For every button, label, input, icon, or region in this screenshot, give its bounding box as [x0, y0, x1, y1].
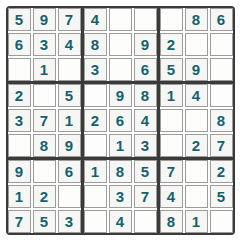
cell-r3c8[interactable]: 9 — [185, 58, 208, 81]
cell-r9c4[interactable] — [84, 210, 107, 233]
box-1-3: 86259 — [160, 8, 233, 81]
cell-r6c7[interactable] — [160, 134, 183, 157]
cell-r7c4[interactable]: 1 — [84, 160, 107, 183]
cell-r3c9[interactable] — [210, 58, 233, 81]
cell-r9c9[interactable] — [210, 210, 233, 233]
cell-r6c9[interactable]: 7 — [210, 134, 233, 157]
cell-r7c8[interactable] — [185, 160, 208, 183]
cell-r9c1[interactable]: 7 — [8, 210, 31, 233]
cell-r1c8[interactable]: 8 — [185, 8, 208, 31]
cell-r1c7[interactable] — [160, 8, 183, 31]
cell-r4c2[interactable] — [33, 84, 56, 107]
box-3-1: 9612753 — [8, 160, 81, 233]
box-2-1: 2537189 — [8, 84, 81, 157]
cell-r5c5[interactable]: 6 — [109, 109, 132, 132]
cell-r4c3[interactable]: 5 — [58, 84, 81, 107]
cell-r2c2[interactable]: 3 — [33, 33, 56, 56]
cell-r7c7[interactable]: 7 — [160, 160, 183, 183]
cell-r2c6[interactable]: 9 — [134, 33, 157, 56]
box-1-1: 5976341 — [8, 8, 81, 81]
cell-r4c6[interactable]: 8 — [134, 84, 157, 107]
box-2-2: 9826413 — [84, 84, 157, 157]
cell-r2c9[interactable] — [210, 33, 233, 56]
sudoku-page: 5976341489368625925371899826413148279612… — [0, 0, 240, 240]
cell-r4c1[interactable]: 2 — [8, 84, 31, 107]
cell-r3c7[interactable]: 5 — [160, 58, 183, 81]
cell-r2c3[interactable]: 4 — [58, 33, 81, 56]
cell-r7c1[interactable]: 9 — [8, 160, 31, 183]
cell-r4c9[interactable] — [210, 84, 233, 107]
cell-r8c5[interactable]: 3 — [109, 185, 132, 208]
cell-r9c6[interactable] — [134, 210, 157, 233]
cell-r1c2[interactable]: 9 — [33, 8, 56, 31]
cell-r7c3[interactable]: 6 — [58, 160, 81, 183]
cell-r2c5[interactable] — [109, 33, 132, 56]
cell-r6c8[interactable]: 2 — [185, 134, 208, 157]
cell-r2c8[interactable] — [185, 33, 208, 56]
cell-r5c6[interactable]: 4 — [134, 109, 157, 132]
sudoku-board: 5976341489368625925371899826413148279612… — [6, 6, 235, 235]
cell-r3c6[interactable]: 6 — [134, 58, 157, 81]
cell-r7c9[interactable]: 2 — [210, 160, 233, 183]
cell-r6c4[interactable] — [84, 134, 107, 157]
cell-r8c7[interactable]: 4 — [160, 185, 183, 208]
cell-r9c7[interactable]: 8 — [160, 210, 183, 233]
cell-r5c1[interactable]: 3 — [8, 109, 31, 132]
cell-r4c5[interactable]: 9 — [109, 84, 132, 107]
cell-r8c8[interactable] — [185, 185, 208, 208]
cell-r9c3[interactable]: 3 — [58, 210, 81, 233]
cell-r8c1[interactable]: 1 — [8, 185, 31, 208]
cell-r9c5[interactable]: 4 — [109, 210, 132, 233]
box-1-2: 48936 — [84, 8, 157, 81]
cell-r1c6[interactable] — [134, 8, 157, 31]
cell-r1c3[interactable]: 7 — [58, 8, 81, 31]
cell-r6c1[interactable] — [8, 134, 31, 157]
cell-r4c8[interactable]: 4 — [185, 84, 208, 107]
box-2-3: 14827 — [160, 84, 233, 157]
cell-r6c5[interactable]: 1 — [109, 134, 132, 157]
cell-r8c4[interactable] — [84, 185, 107, 208]
cell-r5c2[interactable]: 7 — [33, 109, 56, 132]
cell-r4c4[interactable] — [84, 84, 107, 107]
cell-r7c2[interactable] — [33, 160, 56, 183]
cell-r2c1[interactable]: 6 — [8, 33, 31, 56]
cell-r1c1[interactable]: 5 — [8, 8, 31, 31]
cell-r7c6[interactable]: 5 — [134, 160, 157, 183]
cell-r5c4[interactable]: 2 — [84, 109, 107, 132]
cell-r9c8[interactable]: 1 — [185, 210, 208, 233]
cell-r6c3[interactable]: 9 — [58, 134, 81, 157]
cell-r3c2[interactable]: 1 — [33, 58, 56, 81]
cell-r8c6[interactable]: 7 — [134, 185, 157, 208]
cell-r8c9[interactable]: 5 — [210, 185, 233, 208]
cell-r2c7[interactable]: 2 — [160, 33, 183, 56]
cell-r1c4[interactable]: 4 — [84, 8, 107, 31]
cell-r5c3[interactable]: 1 — [58, 109, 81, 132]
box-3-2: 185374 — [84, 160, 157, 233]
cell-r2c4[interactable]: 8 — [84, 33, 107, 56]
cell-r3c5[interactable] — [109, 58, 132, 81]
cell-r4c7[interactable]: 1 — [160, 84, 183, 107]
cell-r7c5[interactable]: 8 — [109, 160, 132, 183]
cell-r1c9[interactable]: 6 — [210, 8, 233, 31]
cell-r5c7[interactable] — [160, 109, 183, 132]
cell-r1c5[interactable] — [109, 8, 132, 31]
cell-r9c2[interactable]: 5 — [33, 210, 56, 233]
cell-r5c8[interactable] — [185, 109, 208, 132]
cell-r6c2[interactable]: 8 — [33, 134, 56, 157]
cell-r8c3[interactable] — [58, 185, 81, 208]
cell-r3c3[interactable] — [58, 58, 81, 81]
cell-r5c9[interactable]: 8 — [210, 109, 233, 132]
cell-r8c2[interactable]: 2 — [33, 185, 56, 208]
box-3-3: 724581 — [160, 160, 233, 233]
cell-r3c1[interactable] — [8, 58, 31, 81]
cell-r3c4[interactable]: 3 — [84, 58, 107, 81]
cell-r6c6[interactable]: 3 — [134, 134, 157, 157]
